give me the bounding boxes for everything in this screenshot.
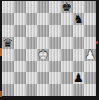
white-king[interactable]: ♚ (38, 48, 49, 60)
square-e1[interactable] (49, 84, 61, 96)
chess-board: ♚♞♛♚♟♟ (2, 1, 96, 96)
square-e2[interactable] (49, 72, 61, 84)
white-pawn[interactable]: ♟ (85, 48, 96, 60)
black-pawn[interactable]: ♟ (73, 72, 84, 84)
square-c1[interactable] (26, 84, 38, 96)
square-c7[interactable] (26, 13, 38, 25)
square-c2[interactable] (26, 72, 38, 84)
black-king[interactable]: ♚ (61, 1, 72, 13)
square-g6[interactable] (73, 25, 85, 37)
square-c3[interactable] (26, 61, 38, 73)
square-a4[interactable] (2, 49, 14, 61)
black-knight[interactable]: ♞ (73, 13, 84, 25)
square-h1[interactable] (84, 84, 96, 96)
square-g7[interactable]: ♞ (73, 13, 85, 25)
square-f4[interactable] (61, 49, 73, 61)
square-d3[interactable] (37, 61, 49, 73)
square-b1[interactable] (14, 84, 26, 96)
square-d8[interactable] (37, 1, 49, 13)
square-h2[interactable] (84, 72, 96, 84)
square-b6[interactable] (14, 25, 26, 37)
square-a8[interactable] (2, 1, 14, 13)
square-f8[interactable]: ♚ (61, 1, 73, 13)
square-e3[interactable] (49, 61, 61, 73)
square-e6[interactable] (49, 25, 61, 37)
square-h8[interactable] (84, 1, 96, 13)
square-d1[interactable] (37, 84, 49, 96)
square-a5[interactable]: ♛ (2, 37, 14, 49)
square-a3[interactable] (2, 61, 14, 73)
square-e8[interactable] (49, 1, 61, 13)
square-h7[interactable] (84, 13, 96, 25)
square-d2[interactable] (37, 72, 49, 84)
square-b2[interactable] (14, 72, 26, 84)
square-a7[interactable] (2, 13, 14, 25)
square-a1[interactable] (2, 84, 14, 96)
square-b5[interactable] (14, 37, 26, 49)
square-b7[interactable] (14, 13, 26, 25)
square-c8[interactable] (26, 1, 38, 13)
square-g1[interactable] (73, 84, 85, 96)
left-edge-accent-lower (0, 91, 2, 97)
square-a2[interactable] (2, 72, 14, 84)
left-edge-accent-upper (0, 48, 2, 56)
square-e4[interactable] (49, 49, 61, 61)
square-c6[interactable] (26, 25, 38, 37)
square-h6[interactable] (84, 25, 96, 37)
square-b8[interactable] (14, 1, 26, 13)
square-h3[interactable] (84, 61, 96, 73)
square-g2[interactable]: ♟ (73, 72, 85, 84)
chess-board-window: ♚♞♛♚♟♟ (0, 0, 99, 100)
square-e7[interactable] (49, 13, 61, 25)
square-b3[interactable] (14, 61, 26, 73)
square-f5[interactable] (61, 37, 73, 49)
right-edge-accent (96, 41, 98, 44)
square-d6[interactable] (37, 25, 49, 37)
square-e5[interactable] (49, 37, 61, 49)
square-f7[interactable] (61, 13, 73, 25)
square-g5[interactable] (73, 37, 85, 49)
square-g4[interactable] (73, 49, 85, 61)
square-f1[interactable] (61, 84, 73, 96)
square-d4[interactable]: ♚ (37, 49, 49, 61)
square-b4[interactable] (14, 49, 26, 61)
square-c4[interactable] (26, 49, 38, 61)
square-d7[interactable] (37, 13, 49, 25)
square-f3[interactable] (61, 61, 73, 73)
square-f6[interactable] (61, 25, 73, 37)
black-queen[interactable]: ♛ (2, 36, 13, 48)
square-f2[interactable] (61, 72, 73, 84)
square-h4[interactable]: ♟ (84, 49, 96, 61)
square-c5[interactable] (26, 37, 38, 49)
